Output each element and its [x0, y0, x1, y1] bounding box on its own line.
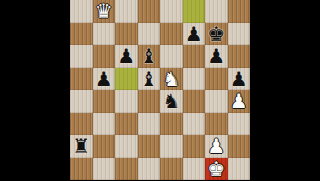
square-h3[interactable]: [228, 113, 251, 136]
square-b2[interactable]: [93, 135, 116, 158]
square-g5[interactable]: [205, 68, 228, 91]
white-pawn[interactable]: ♟: [205, 135, 228, 158]
square-b1[interactable]: [93, 158, 116, 181]
square-d6[interactable]: ♝: [138, 45, 161, 68]
square-b6[interactable]: [93, 45, 116, 68]
square-g8[interactable]: [205, 0, 228, 23]
square-c3[interactable]: [115, 113, 138, 136]
square-e6[interactable]: [160, 45, 183, 68]
square-f8[interactable]: [183, 0, 206, 23]
square-f1[interactable]: [183, 158, 206, 181]
square-b3[interactable]: [93, 113, 116, 136]
black-pawn[interactable]: ♟: [183, 23, 206, 46]
square-c5[interactable]: [115, 68, 138, 91]
square-e1[interactable]: [160, 158, 183, 181]
square-h2[interactable]: [228, 135, 251, 158]
square-g4[interactable]: [205, 90, 228, 113]
square-e2[interactable]: [160, 135, 183, 158]
square-e8[interactable]: [160, 0, 183, 23]
square-f3[interactable]: [183, 113, 206, 136]
square-a6[interactable]: [70, 45, 93, 68]
square-d7[interactable]: [138, 23, 161, 46]
square-d1[interactable]: [138, 158, 161, 181]
square-e4[interactable]: ♞: [160, 90, 183, 113]
square-d8[interactable]: [138, 0, 161, 23]
square-e5[interactable]: ♞: [160, 68, 183, 91]
square-f6[interactable]: [183, 45, 206, 68]
square-h4[interactable]: ♟: [228, 90, 251, 113]
square-g1[interactable]: ♚: [205, 158, 228, 181]
black-bishop[interactable]: ♝: [138, 68, 161, 91]
square-d5[interactable]: ♝: [138, 68, 161, 91]
square-a5[interactable]: [70, 68, 93, 91]
square-f5[interactable]: [183, 68, 206, 91]
white-pawn[interactable]: ♟: [228, 90, 251, 113]
square-h5[interactable]: ♟: [228, 68, 251, 91]
black-bishop[interactable]: ♝: [138, 45, 161, 68]
square-b5[interactable]: ♟: [93, 68, 116, 91]
square-e7[interactable]: [160, 23, 183, 46]
white-king[interactable]: ♚: [205, 158, 228, 181]
square-b4[interactable]: [93, 90, 116, 113]
left-letterbox-bar: [0, 0, 70, 180]
right-letterbox-bar: [250, 0, 320, 180]
square-a3[interactable]: [70, 113, 93, 136]
square-c2[interactable]: [115, 135, 138, 158]
square-g2[interactable]: ♟: [205, 135, 228, 158]
white-knight[interactable]: ♞: [160, 68, 183, 91]
white-queen[interactable]: ♛: [93, 0, 116, 23]
square-a2[interactable]: ♜: [70, 135, 93, 158]
square-g7[interactable]: ♚: [205, 23, 228, 46]
square-c6[interactable]: ♟: [115, 45, 138, 68]
black-pawn[interactable]: ♟: [93, 68, 116, 91]
square-h1[interactable]: [228, 158, 251, 181]
black-pawn[interactable]: ♟: [205, 45, 228, 68]
square-b7[interactable]: [93, 23, 116, 46]
square-h8[interactable]: [228, 0, 251, 23]
square-a7[interactable]: [70, 23, 93, 46]
square-d2[interactable]: [138, 135, 161, 158]
square-c4[interactable]: [115, 90, 138, 113]
square-g6[interactable]: ♟: [205, 45, 228, 68]
square-c1[interactable]: [115, 158, 138, 181]
square-f2[interactable]: [183, 135, 206, 158]
square-e3[interactable]: [160, 113, 183, 136]
square-d3[interactable]: [138, 113, 161, 136]
video-frame: ♛♟♚♟♝♟♟♝♞♟♞♟♜♟♚: [0, 0, 320, 180]
square-c7[interactable]: [115, 23, 138, 46]
square-f4[interactable]: [183, 90, 206, 113]
square-h7[interactable]: [228, 23, 251, 46]
black-pawn[interactable]: ♟: [115, 45, 138, 68]
square-g3[interactable]: [205, 113, 228, 136]
square-a8[interactable]: [70, 0, 93, 23]
black-knight[interactable]: ♞: [160, 90, 183, 113]
black-rook[interactable]: ♜: [70, 135, 93, 158]
square-b8[interactable]: ♛: [93, 0, 116, 23]
square-h6[interactable]: [228, 45, 251, 68]
square-f7[interactable]: ♟: [183, 23, 206, 46]
square-d4[interactable]: [138, 90, 161, 113]
black-pawn[interactable]: ♟: [228, 68, 251, 91]
chess-board: ♛♟♚♟♝♟♟♝♞♟♞♟♜♟♚: [70, 0, 250, 180]
square-c8[interactable]: [115, 0, 138, 23]
square-a4[interactable]: [70, 90, 93, 113]
square-a1[interactable]: [70, 158, 93, 181]
black-king[interactable]: ♚: [205, 23, 228, 46]
